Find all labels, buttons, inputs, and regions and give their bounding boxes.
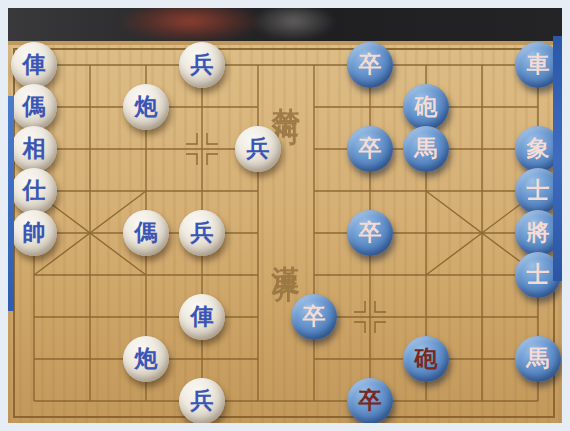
piece-character: 將 [527, 221, 550, 244]
person-blur [120, 8, 260, 42]
piece-blue-horse[interactable]: 馬 [515, 336, 561, 382]
piece-character: 砲 [415, 347, 438, 370]
table-cloth-right [553, 36, 562, 281]
piece-silver-elephant[interactable]: 相 [11, 126, 57, 172]
piece-character: 相 [23, 137, 46, 160]
piece-silver-soldier[interactable]: 兵 [179, 210, 225, 256]
xiangqi-board: 楚河 漢界 俥傌相仕帥炮傌炮兵兵兵俥兵車象士將士馬砲馬砲卒卒卒卒卒 [8, 41, 562, 423]
piece-blue-horse[interactable]: 馬 [403, 126, 449, 172]
piece-character: 俥 [23, 53, 46, 76]
river-label-chuhe: 楚河 [266, 85, 304, 105]
piece-character: 象 [527, 137, 550, 160]
table-cloth-left [8, 96, 14, 311]
piece-silver-horse[interactable]: 傌 [123, 210, 169, 256]
piece-blue-cannon[interactable]: 砲 [403, 336, 449, 382]
piece-character: 車 [527, 53, 550, 76]
piece-blue-soldier[interactable]: 卒 [347, 378, 393, 423]
piece-silver-chariot[interactable]: 俥 [11, 42, 57, 88]
piece-character: 傌 [135, 221, 158, 244]
piece-silver-soldier[interactable]: 兵 [179, 378, 225, 423]
piece-character: 仕 [23, 179, 46, 202]
piece-blue-soldier[interactable]: 卒 [347, 42, 393, 88]
piece-character: 卒 [359, 389, 382, 412]
photo: 楚河 漢界 俥傌相仕帥炮傌炮兵兵兵俥兵車象士將士馬砲馬砲卒卒卒卒卒 [8, 8, 562, 423]
piece-character: 炮 [135, 347, 158, 370]
piece-character: 卒 [359, 137, 382, 160]
piece-character: 炮 [135, 95, 158, 118]
piece-character: 卒 [303, 305, 326, 328]
piece-character: 兵 [191, 53, 214, 76]
piece-blue-cannon[interactable]: 砲 [403, 84, 449, 130]
piece-character: 傌 [23, 95, 46, 118]
piece-character: 馬 [415, 137, 438, 160]
background-blur [254, 8, 334, 40]
piece-silver-horse[interactable]: 傌 [11, 84, 57, 130]
piece-blue-soldier[interactable]: 卒 [291, 294, 337, 340]
piece-blue-soldier[interactable]: 卒 [347, 126, 393, 172]
river-label-hanjie: 漢界 [266, 243, 304, 263]
piece-silver-advisor[interactable]: 仕 [11, 168, 57, 214]
piece-character: 兵 [191, 389, 214, 412]
piece-character: 士 [527, 179, 550, 202]
piece-character: 卒 [359, 53, 382, 76]
piece-silver-soldier[interactable]: 兵 [179, 42, 225, 88]
piece-character: 兵 [191, 221, 214, 244]
piece-silver-general[interactable]: 帥 [11, 210, 57, 256]
background-strip [8, 8, 562, 41]
piece-character: 士 [527, 263, 550, 286]
piece-blue-soldier[interactable]: 卒 [347, 210, 393, 256]
piece-character: 卒 [359, 221, 382, 244]
piece-character: 兵 [247, 137, 270, 160]
screenshot-frame: 楚河 漢界 俥傌相仕帥炮傌炮兵兵兵俥兵車象士將士馬砲馬砲卒卒卒卒卒 [0, 0, 570, 431]
piece-character: 馬 [527, 347, 550, 370]
piece-silver-cannon[interactable]: 炮 [123, 84, 169, 130]
piece-character: 帥 [23, 221, 46, 244]
piece-silver-soldier[interactable]: 兵 [235, 126, 281, 172]
piece-character: 砲 [415, 95, 438, 118]
piece-silver-cannon[interactable]: 炮 [123, 336, 169, 382]
piece-character: 俥 [191, 305, 214, 328]
piece-silver-chariot[interactable]: 俥 [179, 294, 225, 340]
